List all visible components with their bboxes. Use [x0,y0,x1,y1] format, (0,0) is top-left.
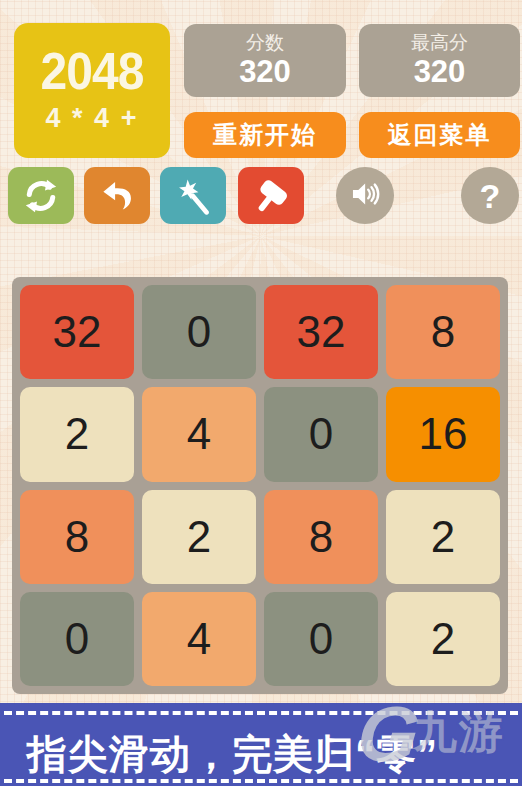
refresh-icon [22,177,60,215]
tile-32: 32 [20,285,134,379]
question-icon: ? [480,179,501,213]
tile-2: 2 [20,387,134,481]
score-value: 320 [239,54,291,90]
tile-8: 8 [386,285,500,379]
tile-8: 8 [20,490,134,584]
app: 2048 4 * 4 + 分数 320 最高分 320 重新开始 返回菜单 [0,0,522,786]
menu-button[interactable]: 返回菜单 [359,112,520,158]
help-button[interactable]: ? [461,167,519,224]
tile-0: 0 [20,592,134,686]
logo-title: 2048 [41,45,144,99]
tile-16: 16 [386,387,500,481]
board[interactable]: 3203282401682820402 [12,277,508,694]
restart-button[interactable]: 重新开始 [184,112,346,158]
tile-4: 4 [142,387,256,481]
score-label: 分数 [246,32,284,54]
tile-4: 4 [142,592,256,686]
sound-button[interactable] [336,167,394,224]
best-label: 最高分 [411,32,468,54]
undo-icon [98,177,136,215]
undo-button[interactable] [84,167,150,224]
bottom-banner: 指尖滑动，完美归“零” G九游 [0,703,522,786]
tile-0: 0 [264,592,378,686]
hammer-button[interactable] [238,167,304,224]
best-panel: 最高分 320 [359,24,520,97]
best-value: 320 [414,54,466,90]
wand-button[interactable] [160,167,226,224]
tile-32: 32 [264,285,378,379]
logo-box: 2048 4 * 4 + [14,23,170,158]
magic-wand-icon [174,177,212,215]
tile-2: 2 [142,490,256,584]
tile-2: 2 [386,592,500,686]
tile-8: 8 [264,490,378,584]
hammer-icon [252,177,290,215]
tile-0: 0 [142,285,256,379]
tile-0: 0 [264,387,378,481]
banner-text: 指尖滑动，完美归“零” [27,727,438,782]
tile-2: 2 [386,490,500,584]
score-panel: 分数 320 [184,24,346,97]
refresh-button[interactable] [8,167,74,224]
logo-subtitle: 4 * 4 + [46,103,139,134]
banner-dashed-line-top [4,711,518,715]
speaker-icon [348,177,382,214]
